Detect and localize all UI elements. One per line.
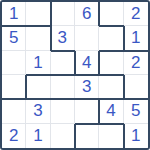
cell-r6c6[interactable]: 1 [124,124,148,148]
cell-r5c5[interactable]: 4 [99,99,123,123]
cell-r2c5[interactable] [99,26,123,50]
cell-r1c4[interactable]: 6 [75,2,99,26]
cell-r3c5[interactable] [99,51,123,75]
cell-grid: 1625311423345211 [2,2,148,148]
cell-r6c4[interactable] [75,124,99,148]
cell-r4c6[interactable] [124,75,148,99]
cell-r6c3[interactable] [51,124,75,148]
cell-r3c6[interactable]: 2 [124,51,148,75]
cell-r6c1[interactable]: 2 [2,124,26,148]
cell-r6c2[interactable]: 1 [26,124,50,148]
cell-r5c3[interactable] [51,99,75,123]
cell-r2c6[interactable]: 1 [124,26,148,50]
cell-r4c1[interactable] [2,75,26,99]
cell-r2c4[interactable] [75,26,99,50]
cell-r3c1[interactable] [2,51,26,75]
cell-r2c2[interactable] [26,26,50,50]
cell-r5c2[interactable]: 3 [26,99,50,123]
cell-r6c5[interactable] [99,124,123,148]
puzzle-board: 1625311423345211 [0,0,150,150]
cell-r1c1[interactable]: 1 [2,2,26,26]
cell-r2c1[interactable]: 5 [2,26,26,50]
cell-r1c6[interactable]: 2 [124,2,148,26]
cell-r5c1[interactable] [2,99,26,123]
cell-r4c3[interactable] [51,75,75,99]
cell-r3c2[interactable]: 1 [26,51,50,75]
cell-r4c2[interactable] [26,75,50,99]
cell-r3c4[interactable]: 4 [75,51,99,75]
cell-r1c2[interactable] [26,2,50,26]
cell-r3c3[interactable] [51,51,75,75]
cell-r4c4[interactable]: 3 [75,75,99,99]
cell-r1c5[interactable] [99,2,123,26]
cell-r5c4[interactable] [75,99,99,123]
cell-r2c3[interactable]: 3 [51,26,75,50]
cell-r1c3[interactable] [51,2,75,26]
cell-r4c5[interactable] [99,75,123,99]
cell-r5c6[interactable]: 5 [124,99,148,123]
